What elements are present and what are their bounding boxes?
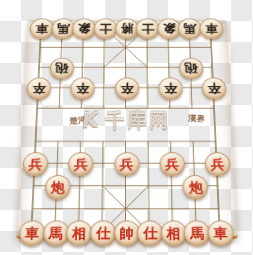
- piece-black-卒-i7[interactable]: 卒: [202, 77, 227, 99]
- piece-black-士-d10[interactable]: 士: [94, 19, 118, 40]
- piece-black-車-i10[interactable]: 車: [199, 19, 223, 40]
- piece-black-象-g10[interactable]: 象: [157, 19, 181, 40]
- piece-red-兵-i4[interactable]: 兵: [205, 152, 231, 176]
- piece-red-仕-f1[interactable]: 仕: [137, 220, 163, 245]
- piece-red-相-g1[interactable]: 相: [160, 220, 187, 245]
- piece-red-仕-d1[interactable]: 仕: [90, 220, 116, 245]
- piece-black-將-e10[interactable]: 將: [115, 19, 138, 40]
- piece-black-馬-b10[interactable]: 馬: [51, 19, 75, 40]
- piece-red-兵-g4[interactable]: 兵: [159, 152, 185, 176]
- photo-canvas: 車馬象士將士象馬車砲砲卒卒卒卒卒兵兵兵兵兵炮炮車馬相仕帥仕相馬車 楚河 漢界 K…: [0, 0, 253, 255]
- piece-black-卒-e7[interactable]: 卒: [114, 77, 138, 99]
- piece-black-卒-g7[interactable]: 卒: [158, 77, 183, 99]
- xiangqi-board[interactable]: 車馬象士將士象馬車砲砲卒卒卒卒卒兵兵兵兵兵炮炮車馬相仕帥仕相馬車 楚河 漢界: [16, 20, 238, 239]
- river-label-right: 漢界: [188, 113, 206, 126]
- piece-red-馬-b1[interactable]: 馬: [42, 220, 69, 245]
- piece-red-相-c1[interactable]: 相: [66, 220, 93, 245]
- piece-black-士-f10[interactable]: 士: [136, 19, 160, 40]
- river-label-left: 楚河: [69, 114, 87, 127]
- piece-red-車-a1[interactable]: 車: [19, 220, 46, 245]
- piece-red-馬-h1[interactable]: 馬: [184, 220, 211, 245]
- piece-red-炮-b3[interactable]: 炮: [44, 175, 70, 199]
- piece-red-車-i1[interactable]: 車: [207, 220, 234, 245]
- piece-red-兵-e4[interactable]: 兵: [114, 152, 139, 176]
- piece-black-砲-b8[interactable]: 砲: [49, 57, 74, 78]
- board-grid[interactable]: 車馬象士將士象馬車砲砲卒卒卒卒卒兵兵兵兵兵炮炮車馬相仕帥仕相馬車: [31, 28, 219, 232]
- piece-red-帥-e1[interactable]: 帥: [113, 220, 139, 245]
